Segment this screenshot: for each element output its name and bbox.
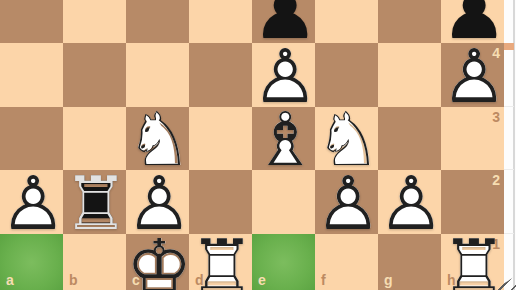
scrollbar-hairline — [504, 169, 514, 170]
square-c3[interactable]: ♞♘ — [126, 107, 189, 171]
coord-rank-3: 3 — [492, 109, 500, 125]
square-a3[interactable] — [0, 107, 63, 171]
white-knight-piece[interactable]: ♞♘ — [315, 107, 378, 171]
white-pawn-piece[interactable]: ♟♙ — [252, 43, 315, 107]
piece-body-glyph: ♜ — [189, 230, 252, 290]
square-b4[interactable] — [63, 43, 126, 107]
chess-board[interactable]: ♟♟♟♙4♟♙♞♘♝♗♞♘3♟♙♜♖♟♙♟♙♟♙2abc♚♔d♜♖efg1h♜♖ — [0, 0, 504, 290]
coord-file-e: e — [258, 272, 266, 288]
square-g1[interactable]: g — [378, 234, 441, 290]
piece-body-glyph: ♚ — [126, 230, 189, 290]
square-e3[interactable]: ♝♗ — [252, 107, 315, 171]
square-f3[interactable]: ♞♘ — [315, 107, 378, 171]
square-b2[interactable]: ♜♖ — [63, 170, 126, 234]
piece-outline-glyph: ♙ — [378, 166, 441, 240]
square-f2[interactable]: ♟♙ — [315, 170, 378, 234]
piece-body-glyph: ♟ — [315, 166, 378, 240]
chess-board-grid: ♟♟♟♙4♟♙♞♘♝♗♞♘3♟♙♜♖♟♙♟♙♟♙2abc♚♔d♜♖efg1h♜♖ — [0, 0, 504, 290]
square-e1[interactable]: e — [252, 234, 315, 290]
white-bishop-piece[interactable]: ♝♗ — [252, 107, 315, 171]
piece-outline-glyph: ♖ — [441, 230, 504, 290]
white-rook-piece[interactable]: ♜♖ — [441, 234, 504, 290]
piece-body-glyph: ♞ — [315, 103, 378, 177]
square-h3[interactable]: 3 — [441, 107, 504, 171]
square-f5[interactable] — [315, 0, 378, 43]
square-c1[interactable]: c♚♔ — [126, 234, 189, 290]
piece-outline-glyph: ♙ — [0, 166, 63, 240]
square-e4[interactable]: ♟♙ — [252, 43, 315, 107]
piece-outline-glyph: ♙ — [126, 166, 189, 240]
square-a4[interactable] — [0, 43, 63, 107]
white-king-piece[interactable]: ♚♔ — [126, 234, 189, 290]
square-h1[interactable]: 1h♜♖ — [441, 234, 504, 290]
piece-body-glyph: ♞ — [126, 103, 189, 177]
square-c4[interactable] — [126, 43, 189, 107]
square-d3[interactable] — [189, 107, 252, 171]
square-g2[interactable]: ♟♙ — [378, 170, 441, 234]
piece-outline-glyph: ♔ — [126, 230, 189, 290]
piece-body-glyph: ♟ — [126, 166, 189, 240]
black-pawn-piece[interactable]: ♟ — [252, 0, 315, 43]
square-h4[interactable]: 4♟♙ — [441, 43, 504, 107]
coord-rank-2: 2 — [492, 172, 500, 188]
square-f1[interactable]: f — [315, 234, 378, 290]
piece-detail-lines-glyph: ♖ — [63, 166, 126, 240]
scrollbar-thumb[interactable] — [504, 43, 514, 50]
black-pawn-piece[interactable]: ♟ — [441, 0, 504, 43]
piece-body-glyph: ♟ — [252, 39, 315, 113]
square-d2[interactable] — [189, 170, 252, 234]
square-g3[interactable] — [378, 107, 441, 171]
coord-file-b: b — [69, 272, 78, 288]
white-pawn-piece[interactable]: ♟♙ — [378, 170, 441, 234]
square-a5[interactable] — [0, 0, 63, 43]
square-d1[interactable]: d♜♖ — [189, 234, 252, 290]
scrollbar-hairline — [504, 106, 514, 107]
square-b5[interactable] — [63, 0, 126, 43]
square-g5[interactable] — [378, 0, 441, 43]
square-f4[interactable] — [315, 43, 378, 107]
square-c2[interactable]: ♟♙ — [126, 170, 189, 234]
piece-body-glyph: ♟ — [441, 39, 504, 113]
coord-file-f: f — [321, 272, 326, 288]
coord-file-g: g — [384, 272, 393, 288]
chess-app-screenshot: ♟♟♟♙4♟♙♞♘♝♗♞♘3♟♙♜♖♟♙♟♙♟♙2abc♚♔d♜♖efg1h♜♖ — [0, 0, 516, 290]
square-g4[interactable] — [378, 43, 441, 107]
piece-body-glyph: ♟ — [0, 166, 63, 240]
piece-outline-glyph: ♙ — [315, 166, 378, 240]
square-a2[interactable]: ♟♙ — [0, 170, 63, 234]
black-rook-piece[interactable]: ♜♖ — [63, 170, 126, 234]
square-e2[interactable] — [252, 170, 315, 234]
square-h5[interactable]: ♟ — [441, 0, 504, 43]
piece-body-glyph: ♝ — [252, 103, 315, 177]
coord-file-a: a — [6, 272, 14, 288]
white-rook-piece[interactable]: ♜♖ — [189, 234, 252, 290]
white-pawn-piece[interactable]: ♟♙ — [441, 43, 504, 107]
piece-outline-glyph: ♘ — [315, 103, 378, 177]
piece-outline-glyph: ♘ — [126, 103, 189, 177]
square-d4[interactable] — [189, 43, 252, 107]
piece-outline-glyph: ♙ — [441, 39, 504, 113]
scrollbar[interactable] — [504, 0, 516, 290]
piece-body-glyph: ♟ — [378, 166, 441, 240]
square-b1[interactable]: b — [63, 234, 126, 290]
piece-outline-glyph: ♗ — [252, 103, 315, 177]
square-b3[interactable] — [63, 107, 126, 171]
white-knight-piece[interactable]: ♞♘ — [126, 107, 189, 171]
square-d5[interactable] — [189, 0, 252, 43]
piece-outline-glyph: ♖ — [189, 230, 252, 290]
square-e5[interactable]: ♟ — [252, 0, 315, 43]
piece-body-glyph: ♜ — [441, 230, 504, 290]
white-pawn-piece[interactable]: ♟♙ — [315, 170, 378, 234]
piece-body-glyph: ♜ — [63, 166, 126, 240]
scrollbar-hairline — [504, 233, 514, 234]
square-a1[interactable]: a — [0, 234, 63, 290]
white-pawn-piece[interactable]: ♟♙ — [0, 170, 63, 234]
square-h2[interactable]: 2 — [441, 170, 504, 234]
square-c5[interactable] — [126, 0, 189, 43]
white-pawn-piece[interactable]: ♟♙ — [126, 170, 189, 234]
piece-outline-glyph: ♙ — [252, 39, 315, 113]
